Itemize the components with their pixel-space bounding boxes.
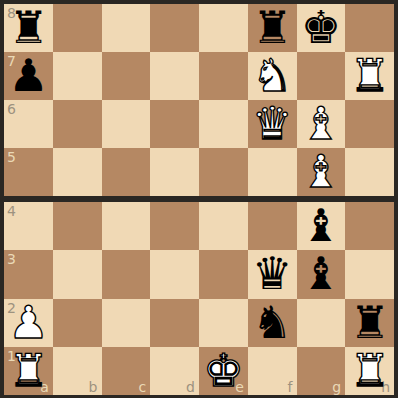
white-rook-h7[interactable]: ♜ xyxy=(349,52,389,100)
white-rook-a1[interactable]: ♜ xyxy=(8,347,48,395)
square-d3[interactable] xyxy=(150,250,199,298)
black-pawn-a7[interactable]: ♟ xyxy=(8,52,48,100)
black-bishop-g4[interactable]: ♝ xyxy=(301,202,341,250)
square-h2[interactable]: ♜ xyxy=(345,299,394,347)
square-h5[interactable] xyxy=(345,148,394,196)
white-rook-h1[interactable]: ♜ xyxy=(349,347,389,395)
square-c2[interactable] xyxy=(102,299,151,347)
square-c5[interactable] xyxy=(102,148,151,196)
square-g6[interactable]: ♝ xyxy=(297,100,346,148)
rank-label-6: 6 xyxy=(7,102,16,116)
square-e5[interactable] xyxy=(199,148,248,196)
black-rook-f8[interactable]: ♜ xyxy=(252,4,292,52)
square-g1[interactable]: g xyxy=(297,347,346,395)
square-a7[interactable]: 7♟ xyxy=(4,52,53,100)
square-g2[interactable] xyxy=(297,299,346,347)
black-knight-f2[interactable]: ♞ xyxy=(252,299,292,347)
square-h4[interactable] xyxy=(345,202,394,250)
rank-label-4: 4 xyxy=(7,204,16,218)
square-c1[interactable]: c xyxy=(102,347,151,395)
square-g3[interactable]: ♝ xyxy=(297,250,346,298)
square-e7[interactable] xyxy=(199,52,248,100)
square-e4[interactable] xyxy=(199,202,248,250)
square-a8[interactable]: 8♜ xyxy=(4,4,53,52)
square-f3[interactable]: ♛ xyxy=(248,250,297,298)
board-top-half: 8♜♜♚7♟♞♜6♛♝5♝ xyxy=(0,0,398,199)
square-h6[interactable] xyxy=(345,100,394,148)
square-c8[interactable] xyxy=(102,4,151,52)
square-b7[interactable] xyxy=(53,52,102,100)
square-a4[interactable]: 4 xyxy=(4,202,53,250)
file-label-f: f xyxy=(288,380,293,394)
square-a5[interactable]: 5 xyxy=(4,148,53,196)
square-f5[interactable] xyxy=(248,148,297,196)
white-knight-f7[interactable]: ♞ xyxy=(252,52,292,100)
square-b1[interactable]: b xyxy=(53,347,102,395)
square-d8[interactable] xyxy=(150,4,199,52)
square-c6[interactable] xyxy=(102,100,151,148)
square-e2[interactable] xyxy=(199,299,248,347)
rank-label-5: 5 xyxy=(7,150,16,164)
file-label-d: d xyxy=(186,380,195,394)
square-c7[interactable] xyxy=(102,52,151,100)
square-e8[interactable] xyxy=(199,4,248,52)
square-d6[interactable] xyxy=(150,100,199,148)
square-d1[interactable]: d xyxy=(150,347,199,395)
square-f1[interactable]: f xyxy=(248,347,297,395)
white-queen-f6[interactable]: ♛ xyxy=(252,100,292,148)
square-a2[interactable]: 2♟ xyxy=(4,299,53,347)
black-rook-h2[interactable]: ♜ xyxy=(349,299,389,347)
chess-board: 8♜♜♚7♟♞♜6♛♝5♝ 4♝3♛♝2♟♞♜1a♜bcde♚fgh♜ xyxy=(0,0,398,398)
black-bishop-g3[interactable]: ♝ xyxy=(301,250,341,298)
black-king-g8[interactable]: ♚ xyxy=(301,4,341,52)
white-king-e1[interactable]: ♚ xyxy=(203,347,243,395)
square-e1[interactable]: e♚ xyxy=(199,347,248,395)
square-b2[interactable] xyxy=(53,299,102,347)
square-c3[interactable] xyxy=(102,250,151,298)
file-label-g: g xyxy=(332,380,341,394)
square-b3[interactable] xyxy=(53,250,102,298)
square-f7[interactable]: ♞ xyxy=(248,52,297,100)
square-g8[interactable]: ♚ xyxy=(297,4,346,52)
square-e3[interactable] xyxy=(199,250,248,298)
square-d7[interactable] xyxy=(150,52,199,100)
square-g7[interactable] xyxy=(297,52,346,100)
square-a1[interactable]: 1a♜ xyxy=(4,347,53,395)
square-f8[interactable]: ♜ xyxy=(248,4,297,52)
white-pawn-a2[interactable]: ♟ xyxy=(8,299,48,347)
square-f6[interactable]: ♛ xyxy=(248,100,297,148)
square-b8[interactable] xyxy=(53,4,102,52)
black-rook-a8[interactable]: ♜ xyxy=(8,4,48,52)
file-label-c: c xyxy=(139,380,147,394)
square-g4[interactable]: ♝ xyxy=(297,202,346,250)
white-bishop-g6[interactable]: ♝ xyxy=(301,100,341,148)
square-h7[interactable]: ♜ xyxy=(345,52,394,100)
square-e6[interactable] xyxy=(199,100,248,148)
white-bishop-g5[interactable]: ♝ xyxy=(301,148,341,196)
square-f2[interactable]: ♞ xyxy=(248,299,297,347)
square-c4[interactable] xyxy=(102,202,151,250)
square-d2[interactable] xyxy=(150,299,199,347)
square-h3[interactable] xyxy=(345,250,394,298)
square-f4[interactable] xyxy=(248,202,297,250)
square-b4[interactable] xyxy=(53,202,102,250)
black-queen-f3[interactable]: ♛ xyxy=(252,250,292,298)
file-label-b: b xyxy=(89,380,98,394)
square-h8[interactable] xyxy=(345,4,394,52)
square-b6[interactable] xyxy=(53,100,102,148)
square-a6[interactable]: 6 xyxy=(4,100,53,148)
square-h1[interactable]: h♜ xyxy=(345,347,394,395)
square-g5[interactable]: ♝ xyxy=(297,148,346,196)
square-d4[interactable] xyxy=(150,202,199,250)
rank-label-3: 3 xyxy=(7,252,16,266)
board-bottom-half: 4♝3♛♝2♟♞♜1a♜bcde♚fgh♜ xyxy=(0,199,398,398)
square-a3[interactable]: 3 xyxy=(4,250,53,298)
square-b5[interactable] xyxy=(53,148,102,196)
square-d5[interactable] xyxy=(150,148,199,196)
